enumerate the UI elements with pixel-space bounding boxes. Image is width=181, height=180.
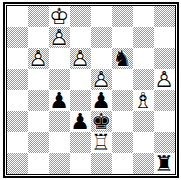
square-a1[interactable] [7,153,28,174]
square-a8[interactable] [7,6,28,27]
piece-black-pawn[interactable]: ♟ [91,90,112,111]
square-e5[interactable]: ♟♙ [91,69,112,90]
square-g4[interactable]: ♝♗ [133,90,154,111]
piece-outline-layer: ♙ [154,69,175,90]
square-e2[interactable]: ♜♖ [91,132,112,153]
square-f2[interactable] [112,132,133,153]
square-f8[interactable] [112,6,133,27]
square-c1[interactable] [49,153,70,174]
square-e4[interactable]: ♟ [91,90,112,111]
chess-diagram: ♚♔♟♙♟♙♟♙♞♟♙♟♙♟♟♝♗♟♚♜♖♜ [0,0,181,180]
square-b6[interactable]: ♟♙ [28,48,49,69]
square-f1[interactable] [112,153,133,174]
square-f6[interactable]: ♞ [112,48,133,69]
piece-black-pawn[interactable]: ♟ [70,111,91,132]
square-h5[interactable]: ♟♙ [154,69,175,90]
square-a5[interactable] [7,69,28,90]
piece-outline-layer: ♙ [28,48,49,69]
square-g6[interactable] [133,48,154,69]
square-h7[interactable] [154,27,175,48]
square-a2[interactable] [7,132,28,153]
piece-black-knight[interactable]: ♞ [112,48,133,69]
square-c8[interactable]: ♚♔ [49,6,70,27]
square-a4[interactable] [7,90,28,111]
piece-white-pawn[interactable]: ♟♙ [91,69,112,90]
square-c4[interactable]: ♟ [49,90,70,111]
board-frame: ♚♔♟♙♟♙♟♙♞♟♙♟♙♟♟♝♗♟♚♜♖♜ [3,2,179,178]
square-e1[interactable] [91,153,112,174]
piece-black-rook[interactable]: ♜ [154,153,175,174]
square-e7[interactable] [91,27,112,48]
piece-outline-layer: ♗ [133,90,154,111]
square-h1[interactable]: ♜ [154,153,175,174]
square-h4[interactable] [154,90,175,111]
piece-white-pawn[interactable]: ♟♙ [154,69,175,90]
square-g7[interactable] [133,27,154,48]
piece-outline-layer: ♙ [91,69,112,90]
square-f3[interactable] [112,111,133,132]
chess-board[interactable]: ♚♔♟♙♟♙♟♙♞♟♙♟♙♟♟♝♗♟♚♜♖♜ [6,5,176,175]
square-b3[interactable] [28,111,49,132]
square-d8[interactable] [70,6,91,27]
square-d7[interactable] [70,27,91,48]
square-c3[interactable] [49,111,70,132]
piece-white-pawn[interactable]: ♟♙ [49,27,70,48]
square-f4[interactable] [112,90,133,111]
square-h2[interactable] [154,132,175,153]
square-h3[interactable] [154,111,175,132]
piece-white-bishop[interactable]: ♝♗ [133,90,154,111]
square-f5[interactable] [112,69,133,90]
square-a3[interactable] [7,111,28,132]
square-d5[interactable] [70,69,91,90]
square-h6[interactable] [154,48,175,69]
square-e3[interactable]: ♚ [91,111,112,132]
square-g3[interactable] [133,111,154,132]
square-c5[interactable] [49,69,70,90]
piece-outline-layer: ♖ [91,132,112,153]
piece-black-pawn[interactable]: ♟ [49,90,70,111]
piece-white-rook[interactable]: ♜♖ [91,132,112,153]
square-h8[interactable] [154,6,175,27]
square-c2[interactable] [49,132,70,153]
square-f7[interactable] [112,27,133,48]
square-a6[interactable] [7,48,28,69]
square-a7[interactable] [7,27,28,48]
square-d4[interactable] [70,90,91,111]
piece-white-pawn[interactable]: ♟♙ [70,48,91,69]
square-g5[interactable] [133,69,154,90]
square-b4[interactable] [28,90,49,111]
square-b5[interactable] [28,69,49,90]
square-g1[interactable] [133,153,154,174]
square-b7[interactable] [28,27,49,48]
piece-white-pawn[interactable]: ♟♙ [28,48,49,69]
square-b2[interactable] [28,132,49,153]
square-c6[interactable] [49,48,70,69]
square-d2[interactable] [70,132,91,153]
square-g8[interactable] [133,6,154,27]
square-d1[interactable] [70,153,91,174]
piece-outline-layer: ♙ [70,48,91,69]
piece-black-king[interactable]: ♚ [91,111,112,132]
piece-white-king[interactable]: ♚♔ [49,6,70,27]
square-e8[interactable] [91,6,112,27]
square-b1[interactable] [28,153,49,174]
square-d6[interactable]: ♟♙ [70,48,91,69]
piece-outline-layer: ♔ [49,6,70,27]
square-d3[interactable]: ♟ [70,111,91,132]
square-b8[interactable] [28,6,49,27]
square-e6[interactable] [91,48,112,69]
piece-outline-layer: ♙ [49,27,70,48]
square-c7[interactable]: ♟♙ [49,27,70,48]
square-g2[interactable] [133,132,154,153]
